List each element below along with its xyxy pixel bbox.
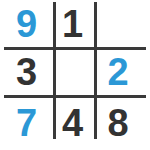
grid-line-vertical-2 — [94, 2, 97, 139]
sudoku-cell-r3c3[interactable]: 8 — [96, 96, 150, 150]
sudoku-cell-r2c3[interactable]: 2 — [96, 48, 150, 96]
grid-line-horizontal-2 — [4, 95, 146, 98]
sudoku-cell-r3c1[interactable]: 7 — [0, 96, 53, 150]
sudoku-cell-r1c3[interactable] — [96, 0, 150, 48]
sudoku-cell-r3c2[interactable]: 4 — [53, 96, 96, 150]
sudoku-cell-r2c1[interactable]: 3 — [0, 48, 53, 96]
sudoku-cell-r1c1[interactable]: 9 — [0, 0, 53, 48]
grid-line-horizontal-1 — [4, 47, 146, 50]
sudoku-cell-grid: 9 1 3 2 7 4 8 — [0, 0, 150, 150]
sudoku-cell-r1c2[interactable]: 1 — [53, 0, 96, 48]
sudoku-cell-r2c2[interactable] — [53, 48, 96, 96]
sudoku-board: 9 1 3 2 7 4 8 — [0, 0, 150, 150]
grid-line-vertical-1 — [53, 2, 56, 139]
